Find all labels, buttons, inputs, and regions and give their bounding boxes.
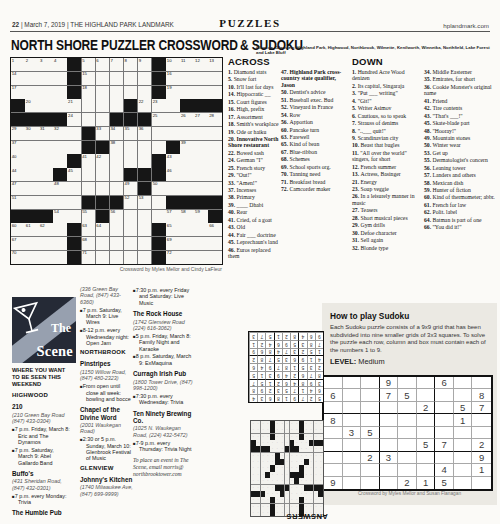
crossword-cell[interactable] <box>124 223 138 236</box>
clue-item: 54. Row <box>281 112 347 118</box>
sudoku-cell[interactable] <box>343 414 362 426</box>
clue-item: 60. Kind of thermometer; abbr. <box>424 194 496 200</box>
sudoku-answer-cell: 1 <box>298 386 306 394</box>
clue-number: 55 <box>82 209 87 214</box>
sudoku-cell[interactable] <box>454 427 473 439</box>
crossword-cell[interactable] <box>124 86 138 99</box>
clue-number: 39 <box>181 140 186 145</box>
clue-item: 51. Baseball exec. Bud <box>281 97 347 103</box>
crossword-cell[interactable] <box>96 251 110 264</box>
crossword-cell[interactable] <box>25 182 39 195</box>
scene-event: ■2:30 or 5 p.m. Sunday, March 10: Glenbr… <box>80 436 133 462</box>
sudoku-cell[interactable] <box>454 464 473 476</box>
crossword-cell[interactable] <box>110 237 124 250</box>
sudoku-cell[interactable] <box>454 477 473 489</box>
crossword-cell[interactable] <box>96 182 110 195</box>
sudoku-answer-cell: 2 <box>249 355 257 363</box>
crossword-cell[interactable] <box>180 223 194 236</box>
crossword-cell[interactable]: 5 <box>82 58 96 71</box>
crossword-cell[interactable] <box>194 141 208 154</box>
crossword-answer-cell: · <box>318 497 323 503</box>
crossword-cell[interactable]: 2 <box>25 58 39 71</box>
crossword-cell[interactable] <box>39 196 53 209</box>
sudoku-cell[interactable] <box>398 439 417 451</box>
crossword-cell[interactable] <box>124 210 138 223</box>
crossword-cell[interactable] <box>180 168 194 181</box>
clue-item: 70. Tanning need <box>281 171 347 177</box>
crossword-cell[interactable] <box>124 72 138 85</box>
crossword-cell[interactable]: 16 <box>166 72 180 85</box>
crossword-cell[interactable]: 8 <box>124 58 138 71</box>
crossword-cell[interactable] <box>194 127 208 140</box>
crossword-cell[interactable] <box>96 86 110 99</box>
clue-item: 47. Highland Park cross-country state qu… <box>281 69 347 88</box>
crossword-cell[interactable]: 37 <box>11 141 25 154</box>
crossword-cell[interactable]: 42 <box>96 154 110 167</box>
crossword-cell[interactable]: 62 <box>39 223 53 236</box>
crossword-cell[interactable]: 66 <box>208 223 222 236</box>
crossword-cell[interactable]: 41 <box>82 154 96 167</box>
sudoku-cell[interactable] <box>417 377 436 389</box>
crossword-cell[interactable] <box>39 141 53 154</box>
sudoku-answer-cell: 6 <box>307 332 315 340</box>
crossword-cell[interactable] <box>194 72 208 85</box>
sudoku-cell[interactable] <box>417 464 436 476</box>
sudoku-cell[interactable] <box>398 402 417 414</box>
crossword-cell[interactable] <box>124 251 138 264</box>
sudoku-cell[interactable] <box>435 389 454 401</box>
crossword-cell[interactable]: 13 <box>208 58 222 71</box>
clue-item: 44. Fair ___ doctrine <box>228 232 279 238</box>
crossword-cell[interactable] <box>180 86 194 99</box>
crossword-cell[interactable]: 63 <box>82 223 96 236</box>
crossword-cell[interactable] <box>25 168 39 181</box>
crossword-cell[interactable] <box>194 168 208 181</box>
clue-number: 42 <box>96 154 101 159</box>
crossword-cell[interactable]: 20 <box>25 99 39 112</box>
crossword-cell[interactable]: 58 <box>180 210 194 223</box>
crossword-cell[interactable] <box>166 99 180 112</box>
clue-number: 21 <box>68 99 73 104</box>
crossword-cell[interactable] <box>180 237 194 250</box>
crossword-cell[interactable]: 43 <box>166 154 180 167</box>
sudoku-cell[interactable] <box>324 377 343 389</box>
crossword-cell[interactable] <box>25 86 39 99</box>
down-clues-col1: 1. Hundred Acre Wood denizen2. Its capit… <box>352 69 420 252</box>
crossword-answer-black-cell <box>318 440 323 446</box>
crossword-cell[interactable] <box>208 182 222 195</box>
clue-item: 17. Assortment <box>228 114 279 120</box>
crossword-cell[interactable]: 46 <box>166 168 180 181</box>
crossword-cell[interactable] <box>138 223 152 236</box>
crossword-cell[interactable] <box>39 168 53 181</box>
crossword-cell[interactable]: 12 <box>194 58 208 71</box>
crossword-cell[interactable] <box>208 127 222 140</box>
crossword-cell[interactable] <box>39 86 53 99</box>
sudoku-answer-cell: 4 <box>274 348 282 356</box>
sudoku-answer-cell: 4 <box>290 379 298 387</box>
crossword-cell[interactable] <box>124 237 138 250</box>
crossword-cell[interactable] <box>96 237 110 250</box>
sudoku-cell[interactable] <box>398 464 417 476</box>
crossword-answer-grid: ········································… <box>250 420 324 517</box>
crossword-cell[interactable] <box>208 251 222 264</box>
crossword-cell[interactable] <box>82 182 96 195</box>
crossword-cell[interactable] <box>110 72 124 85</box>
clue-number: 62 <box>40 223 45 228</box>
crossword-cell[interactable]: 57 <box>166 210 180 223</box>
scene-event: ■7 p.m. Saturday, March 9: Abel Gallardo… <box>12 447 70 466</box>
crossword-cell[interactable] <box>208 72 222 85</box>
crossword-cell[interactable] <box>39 154 53 167</box>
sudoku-cell[interactable] <box>472 477 491 489</box>
crossword-cell[interactable]: 49 <box>124 182 138 195</box>
sudoku-cell[interactable] <box>380 439 399 451</box>
crossword-cell[interactable] <box>138 237 152 250</box>
sudoku-answer-cell: 4 <box>282 371 290 379</box>
crossword-cell[interactable] <box>194 237 208 250</box>
sudoku-answer-cell: 1 <box>315 348 323 356</box>
sudoku-cell[interactable] <box>380 414 399 426</box>
bullet-square-icon: ■ <box>133 354 136 359</box>
crossword-cell[interactable]: 72 <box>166 251 180 264</box>
sudoku-cell[interactable] <box>361 414 380 426</box>
crossword-cell[interactable] <box>194 182 208 195</box>
clue-item: 20. Innovative North Shore restaurant <box>228 136 279 149</box>
crossword-cell[interactable]: 23 <box>152 99 166 112</box>
crossword-cell[interactable] <box>166 113 180 126</box>
crossword-cell[interactable] <box>53 251 67 264</box>
crossword-cell[interactable] <box>194 154 208 167</box>
crossword-cell[interactable]: 34 <box>110 127 124 140</box>
crossword-cell[interactable] <box>96 72 110 85</box>
sudoku-cell[interactable] <box>361 402 380 414</box>
sudoku-cell[interactable] <box>454 377 473 389</box>
sudoku-answer-cell: 9 <box>265 363 273 371</box>
sudoku-cell[interactable] <box>435 414 454 426</box>
crossword-cell[interactable]: 9 <box>138 58 152 71</box>
crossword-cell[interactable]: 44 <box>11 168 25 181</box>
sudoku-cell[interactable] <box>324 427 343 439</box>
sudoku-cell[interactable] <box>380 464 399 476</box>
sudoku-cell[interactable] <box>343 464 362 476</box>
sudoku-cell[interactable] <box>324 402 343 414</box>
crossword-cell[interactable]: 45 <box>67 168 81 181</box>
sudoku-cell[interactable] <box>472 377 491 389</box>
crossword-cell[interactable]: 61 <box>25 223 39 236</box>
crossword-cell[interactable] <box>25 72 39 85</box>
crossword-cell[interactable] <box>53 86 67 99</box>
crossword-cell[interactable]: 71 <box>82 251 96 264</box>
sudoku-cell[interactable] <box>380 402 399 414</box>
sudoku-cell[interactable] <box>324 464 343 476</box>
crossword-black-cell <box>194 99 208 112</box>
sudoku-cell[interactable] <box>472 414 491 426</box>
crossword-cell[interactable] <box>82 168 96 181</box>
crossword-cell[interactable]: 53 <box>138 196 152 209</box>
sudoku-cell[interactable] <box>435 427 454 439</box>
crossword-cell[interactable]: 48 <box>53 182 67 195</box>
crossword-grid[interactable]: 1234567891011121314151617181920212223242… <box>10 57 223 265</box>
sudoku-cell[interactable] <box>361 464 380 476</box>
clue-item: 29. "Out!" <box>228 172 279 178</box>
crossword-cell[interactable]: 39 <box>180 141 194 154</box>
crossword-cell[interactable] <box>110 99 124 112</box>
crossword-cell[interactable] <box>67 210 81 223</box>
crossword-cell[interactable]: 11 <box>180 58 194 71</box>
crossword-cell[interactable]: 29 <box>11 127 25 140</box>
clue-item: 63. Farewell <box>281 134 347 140</box>
crossword-cell[interactable] <box>208 86 222 99</box>
crossword-cell[interactable] <box>53 72 67 85</box>
crossword-cell[interactable] <box>39 99 53 112</box>
crossword-cell[interactable] <box>53 141 67 154</box>
crossword-cell[interactable]: 19 <box>166 86 180 99</box>
sudoku-answer-cell: 9 <box>282 340 290 348</box>
sudoku-cell[interactable] <box>472 427 491 439</box>
crossword-cell[interactable] <box>39 251 53 264</box>
clue-item: 19. Ode or haiku <box>228 129 279 135</box>
clue-number: 20 <box>26 99 31 104</box>
crossword-cell[interactable]: 59 <box>194 210 208 223</box>
crossword-cell[interactable] <box>208 141 222 154</box>
crossword-cell[interactable] <box>39 237 53 250</box>
sudoku-cell[interactable] <box>343 452 362 464</box>
crossword-cell[interactable]: 4 <box>53 58 67 71</box>
sudoku-cell[interactable] <box>454 452 473 464</box>
sudoku-cell[interactable] <box>380 477 399 489</box>
crossword-cell[interactable]: 1 <box>11 58 25 71</box>
crossword-cell[interactable] <box>110 182 124 195</box>
sudoku-cell[interactable] <box>417 452 436 464</box>
clue-number: 18 <box>82 85 87 90</box>
sudoku-cell[interactable] <box>361 477 380 489</box>
sudoku-answer-cell: 8 <box>257 355 265 363</box>
crossword-cell[interactable]: 30 <box>25 127 39 140</box>
crossword-cell[interactable] <box>53 223 67 236</box>
sudoku-cell[interactable] <box>343 439 362 451</box>
crossword-cell[interactable]: 18 <box>82 86 96 99</box>
crossword-cell[interactable]: 70 <box>11 251 25 264</box>
sudoku-cell[interactable] <box>380 427 399 439</box>
crossword-cell[interactable]: 10 <box>166 58 180 71</box>
crossword-cell[interactable] <box>67 127 81 140</box>
crossword-cell[interactable] <box>180 182 194 195</box>
sudoku-cell[interactable] <box>417 414 436 426</box>
crossword-cell[interactable]: 33 <box>96 127 110 140</box>
crossword-cell[interactable] <box>152 210 166 223</box>
crossword-cell[interactable]: 26 <box>180 113 194 126</box>
crossword-cell[interactable]: 51 <box>11 196 25 209</box>
sudoku-cell[interactable] <box>343 377 362 389</box>
sudoku-answer-cell: 7 <box>274 363 282 371</box>
crossword-cell[interactable] <box>180 154 194 167</box>
crossword-cell[interactable] <box>39 182 53 195</box>
crossword-cell[interactable]: 67 <box>11 237 25 250</box>
crossword-cell[interactable] <box>96 99 110 112</box>
crossword-cell[interactable]: 68 <box>82 237 96 250</box>
sudoku-cell[interactable] <box>398 427 417 439</box>
crossword-cell[interactable] <box>110 223 124 236</box>
crossword-cell[interactable]: 28 <box>208 113 222 126</box>
crossword-cell[interactable]: 40 <box>11 154 25 167</box>
crossword-cell[interactable] <box>194 86 208 99</box>
clue-item: 35. Emirates, for short <box>424 76 496 82</box>
sudoku-answer-cell: 6 <box>290 355 298 363</box>
crossword-cell[interactable] <box>194 223 208 236</box>
sudoku-cell[interactable] <box>343 402 362 414</box>
crossword-cell[interactable]: 24 <box>67 113 81 126</box>
sudoku-cell[interactable] <box>343 389 362 401</box>
crossword-cell[interactable]: 55 <box>82 210 96 223</box>
crossword-cell[interactable] <box>166 127 180 140</box>
crossword-cell[interactable] <box>53 99 67 112</box>
crossword-cell[interactable] <box>138 72 152 85</box>
crossword-cell[interactable] <box>82 99 96 112</box>
crossword-cell[interactable]: 65 <box>166 223 180 236</box>
crossword-cell[interactable] <box>110 251 124 264</box>
crossword-cell[interactable]: 60 <box>11 223 25 236</box>
crossword-cell[interactable]: 64 <box>96 223 110 236</box>
crossword-cell[interactable] <box>152 196 166 209</box>
crossword-cell[interactable]: 7 <box>110 58 124 71</box>
crossword-cell[interactable] <box>25 196 39 209</box>
sudoku-grid[interactable]: 9667582578135572239419215 <box>322 375 493 491</box>
crossword-cell[interactable]: 32 <box>53 127 67 140</box>
sudoku-cell[interactable] <box>343 477 362 489</box>
crossword-cell[interactable] <box>67 196 81 209</box>
crossword-cell[interactable]: 15 <box>82 72 96 85</box>
crossword-cell[interactable]: 38 <box>110 141 124 154</box>
crossword-cell[interactable]: 36 <box>138 127 152 140</box>
crossword-cell[interactable] <box>152 141 166 154</box>
sudoku-answer-cell: 5 <box>249 371 257 379</box>
crossword-cell[interactable]: 50 <box>152 182 166 195</box>
sudoku-cell[interactable] <box>398 452 417 464</box>
crossword-cell[interactable]: 21 <box>67 99 81 112</box>
sudoku-cell[interactable] <box>361 439 380 451</box>
crossword-cell[interactable]: 47 <box>11 182 25 195</box>
clue-item: 29. Gym drills <box>352 222 420 228</box>
sudoku-cell[interactable] <box>398 377 417 389</box>
sudoku-cell[interactable] <box>435 452 454 464</box>
crossword-cell[interactable]: 3 <box>39 58 53 71</box>
sudoku-cell[interactable] <box>435 402 454 414</box>
crossword-cell[interactable] <box>110 86 124 99</box>
crossword-cell[interactable] <box>67 182 81 195</box>
crossword-cell[interactable] <box>138 210 152 223</box>
crossword-cell[interactable] <box>96 113 110 126</box>
sudoku-given: 8 <box>324 414 343 426</box>
sudoku-cell[interactable] <box>324 439 343 451</box>
sudoku-cell[interactable] <box>324 452 343 464</box>
crossword-cell[interactable]: 54 <box>53 210 67 223</box>
crossword-cell[interactable]: 17 <box>11 86 25 99</box>
crossword-cell[interactable] <box>194 251 208 264</box>
sudoku-cell[interactable] <box>417 427 436 439</box>
clue-number: 13 <box>209 58 214 63</box>
crossword-cell[interactable]: 31 <box>39 127 53 140</box>
crossword-cell[interactable] <box>53 196 67 209</box>
website-url[interactable]: hplandmark.com <box>443 22 489 29</box>
sudoku-cell[interactable] <box>361 377 380 389</box>
crossword-cell[interactable] <box>25 141 39 154</box>
sudoku-answer-cell: 6 <box>274 340 282 348</box>
crossword-cell[interactable] <box>208 154 222 167</box>
crossword-cell[interactable] <box>138 251 152 264</box>
crossword-cell[interactable]: 27 <box>194 113 208 126</box>
crossword-cell[interactable]: 14 <box>11 72 25 85</box>
clue-number: 64 <box>96 223 101 228</box>
crossword-cell[interactable] <box>208 168 222 181</box>
sudoku-cell[interactable] <box>361 389 380 401</box>
crossword-cell[interactable] <box>124 141 138 154</box>
crossword-cell[interactable] <box>138 86 152 99</box>
crossword-cell[interactable] <box>138 154 152 167</box>
crossword-cell[interactable] <box>67 141 81 154</box>
crossword-cell[interactable] <box>25 237 39 250</box>
crossword-cell[interactable] <box>110 154 124 167</box>
crossword-cell[interactable] <box>25 154 39 167</box>
crossword-cell[interactable]: 35 <box>124 127 138 140</box>
clue-item: 65. Kind of bean <box>281 141 347 147</box>
sudoku-answer-cell: 9 <box>307 379 315 387</box>
crossword-black-cell <box>110 113 124 126</box>
clue-number: 63 <box>82 223 87 228</box>
crossword-cell[interactable] <box>180 251 194 264</box>
crossword-cell[interactable] <box>39 72 53 85</box>
crossword-answer-cell: · <box>318 453 323 459</box>
sudoku-answer-cell: 7 <box>265 355 273 363</box>
crossword-cell[interactable]: 69 <box>166 237 180 250</box>
sudoku-cell[interactable] <box>398 414 417 426</box>
clue-item: 56. Leaning tower <box>424 165 496 171</box>
crossword-cell[interactable] <box>25 251 39 264</box>
crossword-cell[interactable] <box>138 141 152 154</box>
clue-item: 13. Actress, Basinger <box>352 171 420 177</box>
crossword-cell[interactable] <box>53 154 67 167</box>
crossword-cell[interactable] <box>208 237 222 250</box>
sudoku-answer-cell: 8 <box>249 386 257 394</box>
sudoku-answer-cell: 4 <box>265 340 273 348</box>
clue-item: 58. Mexican dish <box>424 180 496 186</box>
clue-item: 55. Dermatologist's concern <box>424 157 496 163</box>
crossword-cell[interactable] <box>152 127 166 140</box>
crossword-cell[interactable]: 6 <box>96 58 110 71</box>
sudoku-cell[interactable] <box>417 389 436 401</box>
crossword-cell[interactable] <box>82 113 96 126</box>
crossword-cell[interactable] <box>124 154 138 167</box>
crossword-black-cell <box>67 72 81 85</box>
crossword-cell[interactable] <box>166 182 180 195</box>
crossword-cell[interactable]: 22 <box>138 99 152 112</box>
crossword-cell[interactable] <box>180 72 194 85</box>
clue-number: 61 <box>26 223 31 228</box>
sudoku-cell[interactable] <box>454 389 473 401</box>
clue-number: 34 <box>110 126 115 131</box>
crossword-cell[interactable]: 52 <box>124 196 138 209</box>
crossword-black-cell <box>96 141 110 154</box>
crossword-cell[interactable] <box>96 168 110 181</box>
crossword-cell[interactable] <box>53 237 67 250</box>
crossword-cell[interactable]: 25 <box>152 113 166 126</box>
sudoku-answer-cell: 8 <box>274 394 282 402</box>
crossword-cell[interactable] <box>180 127 194 140</box>
clue-item: 4. "Git!" <box>352 98 420 104</box>
sudoku-cell[interactable] <box>454 439 473 451</box>
crossword-cell[interactable]: 56 <box>110 210 124 223</box>
crossword-cell[interactable] <box>110 168 124 181</box>
